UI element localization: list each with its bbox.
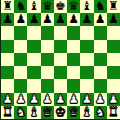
square-b2[interactable]: ♟ xyxy=(14,93,27,106)
square-e7[interactable] xyxy=(54,26,67,39)
square-e9[interactable]: ♚ xyxy=(54,0,67,13)
square-b3[interactable] xyxy=(14,79,27,92)
black-pawn: ♟ xyxy=(55,13,66,26)
square-h3[interactable] xyxy=(94,79,107,92)
black-pawn: ♟ xyxy=(15,13,26,26)
white-rook: ♜ xyxy=(108,106,119,119)
white-pawn: ♟ xyxy=(108,93,119,106)
square-i7[interactable] xyxy=(107,26,120,39)
square-c5[interactable] xyxy=(27,53,40,66)
square-i3[interactable] xyxy=(107,79,120,92)
black-queen: ♛ xyxy=(42,0,53,13)
white-pawn: ♟ xyxy=(55,93,66,106)
white-queen: ♛ xyxy=(42,106,53,119)
square-f4[interactable] xyxy=(67,66,80,79)
square-a7[interactable] xyxy=(1,26,14,39)
square-c6[interactable] xyxy=(27,40,40,53)
square-e4[interactable] xyxy=(54,66,67,79)
square-h9[interactable]: ♞ xyxy=(94,0,107,13)
black-pawn: ♟ xyxy=(95,13,106,26)
white-pawn: ♟ xyxy=(95,93,106,106)
white-knight: ♞ xyxy=(95,106,106,119)
black-pawn: ♟ xyxy=(108,13,119,26)
black-rook: ♜ xyxy=(108,0,119,13)
black-king: ♚ xyxy=(55,0,66,13)
white-pawn: ♟ xyxy=(68,93,79,106)
square-g2[interactable]: ♟ xyxy=(80,93,93,106)
black-pawn: ♟ xyxy=(42,13,53,26)
black-pawn: ♟ xyxy=(29,13,40,26)
square-f9[interactable]: ♛ xyxy=(67,0,80,13)
square-i2[interactable]: ♟ xyxy=(107,93,120,106)
black-rook: ♜ xyxy=(2,0,13,13)
square-g6[interactable] xyxy=(80,40,93,53)
square-g3[interactable] xyxy=(80,79,93,92)
square-b1[interactable]: ♞ xyxy=(14,106,27,119)
square-e6[interactable] xyxy=(54,40,67,53)
square-d6[interactable] xyxy=(41,40,54,53)
square-b6[interactable] xyxy=(14,40,27,53)
square-h5[interactable] xyxy=(94,53,107,66)
white-knight: ♞ xyxy=(15,106,26,119)
square-c4[interactable] xyxy=(27,66,40,79)
square-a8[interactable]: ♟ xyxy=(1,13,14,26)
black-pawn: ♟ xyxy=(68,13,79,26)
square-d7[interactable] xyxy=(41,26,54,39)
square-g8[interactable]: ♟ xyxy=(80,13,93,26)
square-d1[interactable]: ♛ xyxy=(41,106,54,119)
square-a3[interactable] xyxy=(1,79,14,92)
white-rook: ♜ xyxy=(2,106,13,119)
square-d4[interactable] xyxy=(41,66,54,79)
square-f8[interactable]: ♟ xyxy=(67,13,80,26)
square-a2[interactable]: ♟ xyxy=(1,93,14,106)
square-i6[interactable] xyxy=(107,40,120,53)
square-i8[interactable]: ♟ xyxy=(107,13,120,26)
square-b4[interactable] xyxy=(14,66,27,79)
square-h7[interactable] xyxy=(94,26,107,39)
square-f2[interactable]: ♟ xyxy=(67,93,80,106)
square-e8[interactable]: ♟ xyxy=(54,13,67,26)
square-c7[interactable] xyxy=(27,26,40,39)
square-i5[interactable] xyxy=(107,53,120,66)
white-bishop: ♝ xyxy=(29,106,40,119)
white-king: ♚ xyxy=(55,106,66,119)
square-h2[interactable]: ♟ xyxy=(94,93,107,106)
square-f1[interactable]: ♛ xyxy=(67,106,80,119)
square-d2[interactable]: ♟ xyxy=(41,93,54,106)
white-pawn: ♟ xyxy=(29,93,40,106)
square-d9[interactable]: ♛ xyxy=(41,0,54,13)
square-e5[interactable] xyxy=(54,53,67,66)
square-a9[interactable]: ♜ xyxy=(1,0,14,13)
black-knight: ♞ xyxy=(95,0,106,13)
square-f6[interactable] xyxy=(67,40,80,53)
square-a6[interactable] xyxy=(1,40,14,53)
black-queen: ♛ xyxy=(68,0,79,13)
square-d8[interactable]: ♟ xyxy=(41,13,54,26)
square-d3[interactable] xyxy=(41,79,54,92)
square-b8[interactable]: ♟ xyxy=(14,13,27,26)
square-g9[interactable]: ♝ xyxy=(80,0,93,13)
black-knight: ♞ xyxy=(15,0,26,13)
square-c1[interactable]: ♝ xyxy=(27,106,40,119)
square-h4[interactable] xyxy=(94,66,107,79)
square-c9[interactable]: ♝ xyxy=(27,0,40,13)
square-b7[interactable] xyxy=(14,26,27,39)
square-g7[interactable] xyxy=(80,26,93,39)
square-g5[interactable] xyxy=(80,53,93,66)
white-pawn: ♟ xyxy=(82,93,93,106)
square-i9[interactable]: ♜ xyxy=(107,0,120,13)
square-h6[interactable] xyxy=(94,40,107,53)
white-pawn: ♟ xyxy=(15,93,26,106)
square-g4[interactable] xyxy=(80,66,93,79)
square-i1[interactable]: ♜ xyxy=(107,106,120,119)
chess-board: ♜♞♝♛♚♛♝♞♜♟♟♟♟♟♟♟♟♟♟♟♟♟♟♟♟♟♟♜♞♝♛♚♛♝♞♜ xyxy=(0,0,120,120)
square-i4[interactable] xyxy=(107,66,120,79)
square-a4[interactable] xyxy=(1,66,14,79)
black-pawn: ♟ xyxy=(2,13,13,26)
square-e1[interactable]: ♚ xyxy=(54,106,67,119)
square-h8[interactable]: ♟ xyxy=(94,13,107,26)
white-queen: ♛ xyxy=(68,106,79,119)
white-bishop: ♝ xyxy=(82,106,93,119)
square-e2[interactable]: ♟ xyxy=(54,93,67,106)
black-bishop: ♝ xyxy=(29,0,40,13)
white-pawn: ♟ xyxy=(2,93,13,106)
black-bishop: ♝ xyxy=(82,0,93,13)
square-b9[interactable]: ♞ xyxy=(14,0,27,13)
square-e3[interactable] xyxy=(54,79,67,92)
square-b5[interactable] xyxy=(14,53,27,66)
white-pawn: ♟ xyxy=(42,93,53,106)
square-c3[interactable] xyxy=(27,79,40,92)
square-g1[interactable]: ♝ xyxy=(80,106,93,119)
square-c2[interactable]: ♟ xyxy=(27,93,40,106)
square-c8[interactable]: ♟ xyxy=(27,13,40,26)
square-h1[interactable]: ♞ xyxy=(94,106,107,119)
square-f5[interactable] xyxy=(67,53,80,66)
square-d5[interactable] xyxy=(41,53,54,66)
black-pawn: ♟ xyxy=(82,13,93,26)
square-a1[interactable]: ♜ xyxy=(1,106,14,119)
square-a5[interactable] xyxy=(1,53,14,66)
square-f3[interactable] xyxy=(67,79,80,92)
square-f7[interactable] xyxy=(67,26,80,39)
